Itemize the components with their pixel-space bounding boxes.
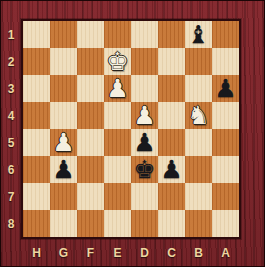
rank-labels: 12345678: [1, 21, 21, 237]
square-a7[interactable]: [212, 183, 239, 210]
piece-black-pawn[interactable]: ♟: [133, 129, 155, 156]
file-label-d: D: [131, 240, 158, 266]
file-labels: HGFEDCBA: [23, 240, 239, 266]
square-d1[interactable]: [131, 21, 158, 48]
square-a8[interactable]: [212, 210, 239, 237]
square-c8[interactable]: [158, 210, 185, 237]
square-c7[interactable]: [158, 183, 185, 210]
square-f2[interactable]: [77, 48, 104, 75]
square-a6[interactable]: [212, 156, 239, 183]
square-e4[interactable]: [104, 102, 131, 129]
piece-black-pawn[interactable]: ♟: [214, 75, 236, 102]
square-f3[interactable]: [77, 75, 104, 102]
square-h2[interactable]: [23, 48, 50, 75]
square-g2[interactable]: [50, 48, 77, 75]
square-c1[interactable]: [158, 21, 185, 48]
square-d3[interactable]: [131, 75, 158, 102]
square-b3[interactable]: [185, 75, 212, 102]
piece-white-pawn[interactable]: ♟: [52, 129, 74, 156]
file-label-c: C: [158, 240, 185, 266]
file-label-f: F: [77, 240, 104, 266]
square-d8[interactable]: [131, 210, 158, 237]
square-b8[interactable]: [185, 210, 212, 237]
square-e2[interactable]: ♚: [104, 48, 131, 75]
square-g7[interactable]: [50, 183, 77, 210]
square-a5[interactable]: [212, 129, 239, 156]
square-e6[interactable]: [104, 156, 131, 183]
file-label-g: G: [50, 240, 77, 266]
square-h6[interactable]: [23, 156, 50, 183]
piece-black-king[interactable]: ♚: [133, 156, 155, 183]
square-b6[interactable]: [185, 156, 212, 183]
square-h8[interactable]: [23, 210, 50, 237]
square-b4[interactable]: ♞: [185, 102, 212, 129]
square-f7[interactable]: [77, 183, 104, 210]
rank-label-2: 2: [1, 48, 21, 75]
square-e5[interactable]: [104, 129, 131, 156]
square-c5[interactable]: [158, 129, 185, 156]
rank-label-8: 8: [1, 210, 21, 237]
square-g5[interactable]: ♟: [50, 129, 77, 156]
square-d4[interactable]: ♟: [131, 102, 158, 129]
square-d2[interactable]: [131, 48, 158, 75]
chess-diagram: ♝♚♟♟♟♞♟♟♟♚♟ 12345678 HGFEDCBA: [0, 0, 265, 267]
square-e7[interactable]: [104, 183, 131, 210]
square-h7[interactable]: [23, 183, 50, 210]
square-h5[interactable]: [23, 129, 50, 156]
piece-white-pawn[interactable]: ♟: [133, 102, 155, 129]
square-b1[interactable]: ♝: [185, 21, 212, 48]
file-label-e: E: [104, 240, 131, 266]
rank-label-7: 7: [1, 183, 21, 210]
square-f5[interactable]: [77, 129, 104, 156]
square-g1[interactable]: [50, 21, 77, 48]
square-a4[interactable]: [212, 102, 239, 129]
piece-black-bishop[interactable]: ♝: [187, 21, 209, 48]
square-f1[interactable]: [77, 21, 104, 48]
square-b5[interactable]: [185, 129, 212, 156]
square-f6[interactable]: [77, 156, 104, 183]
rank-label-1: 1: [1, 21, 21, 48]
file-label-b: B: [185, 240, 212, 266]
piece-white-knight[interactable]: ♞: [187, 102, 209, 129]
square-f4[interactable]: [77, 102, 104, 129]
square-e8[interactable]: [104, 210, 131, 237]
square-d6[interactable]: ♚: [131, 156, 158, 183]
square-b7[interactable]: [185, 183, 212, 210]
square-c4[interactable]: [158, 102, 185, 129]
chess-board: ♝♚♟♟♟♞♟♟♟♚♟: [21, 19, 241, 239]
square-a2[interactable]: [212, 48, 239, 75]
square-f8[interactable]: [77, 210, 104, 237]
square-c3[interactable]: [158, 75, 185, 102]
square-b2[interactable]: [185, 48, 212, 75]
rank-label-5: 5: [1, 129, 21, 156]
square-d5[interactable]: ♟: [131, 129, 158, 156]
rank-label-4: 4: [1, 102, 21, 129]
square-g4[interactable]: [50, 102, 77, 129]
square-g8[interactable]: [50, 210, 77, 237]
square-h3[interactable]: [23, 75, 50, 102]
rank-label-3: 3: [1, 75, 21, 102]
square-e1[interactable]: [104, 21, 131, 48]
square-d7[interactable]: [131, 183, 158, 210]
square-c2[interactable]: [158, 48, 185, 75]
square-a3[interactable]: ♟: [212, 75, 239, 102]
rank-label-6: 6: [1, 156, 21, 183]
piece-white-pawn[interactable]: ♟: [106, 75, 128, 102]
square-a1[interactable]: [212, 21, 239, 48]
square-c6[interactable]: ♟: [158, 156, 185, 183]
square-e3[interactable]: ♟: [104, 75, 131, 102]
square-h4[interactable]: [23, 102, 50, 129]
square-g6[interactable]: ♟: [50, 156, 77, 183]
piece-black-pawn[interactable]: ♟: [52, 156, 74, 183]
square-h1[interactable]: [23, 21, 50, 48]
file-label-h: H: [23, 240, 50, 266]
file-label-a: A: [212, 240, 239, 266]
piece-black-pawn[interactable]: ♟: [160, 156, 182, 183]
piece-white-king[interactable]: ♚: [106, 48, 128, 75]
square-g3[interactable]: [50, 75, 77, 102]
